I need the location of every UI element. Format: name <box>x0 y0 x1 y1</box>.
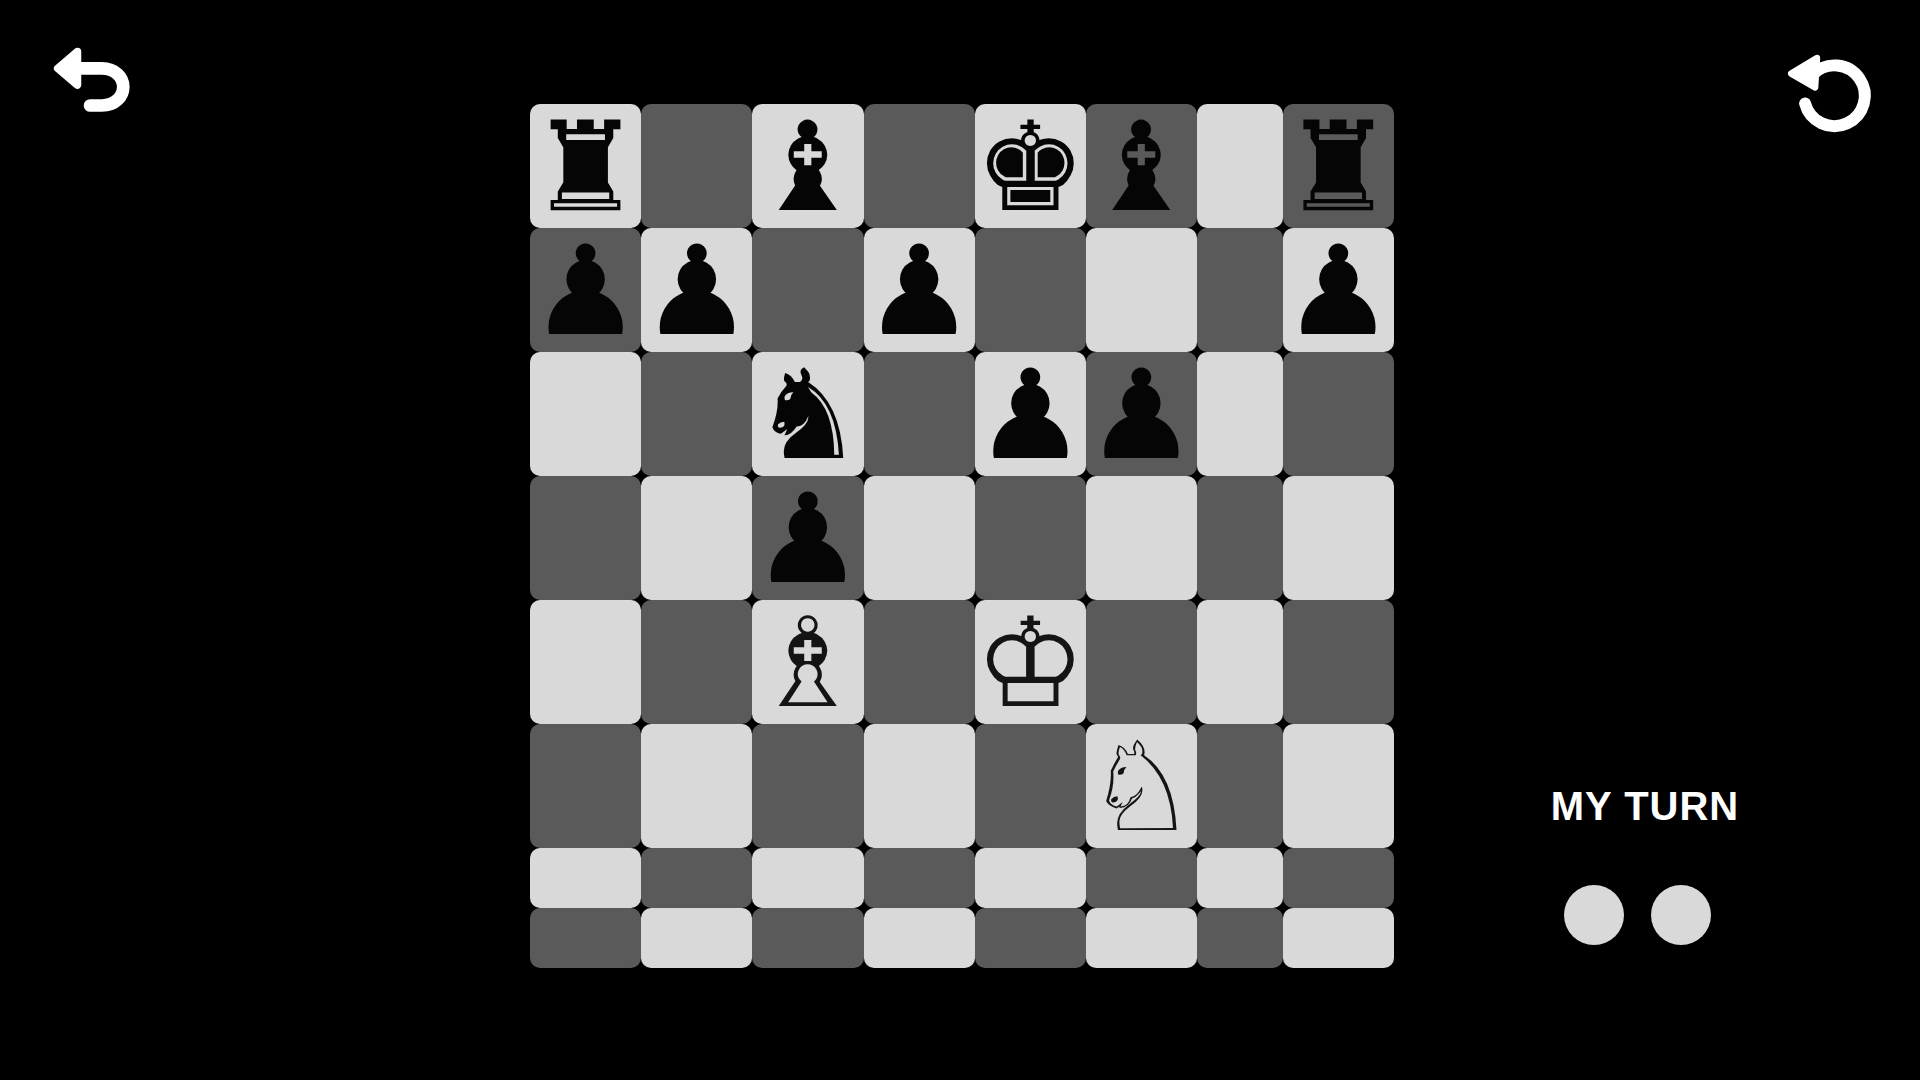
square-e8[interactable]: ♚ <box>975 104 1086 228</box>
square-f6[interactable]: ♟ <box>1086 352 1197 476</box>
square-e7[interactable] <box>975 228 1086 352</box>
square-h1[interactable] <box>1283 908 1394 968</box>
square-g7[interactable] <box>1197 228 1283 352</box>
piece-black-bishop[interactable]: ♝ <box>752 105 863 229</box>
square-h3[interactable] <box>1283 724 1394 848</box>
square-d4[interactable] <box>864 600 975 724</box>
square-e2[interactable] <box>975 848 1086 908</box>
piece-black-pawn[interactable]: ♟ <box>1086 353 1197 477</box>
square-a1[interactable] <box>530 908 641 968</box>
square-a2[interactable] <box>530 848 641 908</box>
square-g3[interactable] <box>1197 724 1283 848</box>
restart-icon <box>1782 46 1874 138</box>
square-c6[interactable]: ♞ <box>752 352 863 476</box>
restart-button[interactable] <box>1782 46 1874 138</box>
square-h5[interactable] <box>1283 476 1394 600</box>
square-d3[interactable] <box>864 724 975 848</box>
square-c8[interactable]: ♝ <box>752 104 863 228</box>
square-c5[interactable]: ♟ <box>752 476 863 600</box>
back-button[interactable] <box>46 42 138 126</box>
piece-black-pawn[interactable]: ♟ <box>1283 229 1394 353</box>
piece-black-bishop[interactable]: ♝ <box>1086 105 1197 229</box>
piece-white-king[interactable]: ♔ <box>975 601 1086 725</box>
square-c3[interactable] <box>752 724 863 848</box>
square-e1[interactable] <box>975 908 1086 968</box>
square-h2[interactable] <box>1283 848 1394 908</box>
piece-white-knight[interactable]: ♘ <box>1086 725 1197 849</box>
square-h4[interactable] <box>1283 600 1394 724</box>
square-e5[interactable] <box>975 476 1086 600</box>
square-f5[interactable] <box>1086 476 1197 600</box>
square-c1[interactable] <box>752 908 863 968</box>
piece-black-pawn[interactable]: ♟ <box>530 229 641 353</box>
square-b1[interactable] <box>641 908 752 968</box>
piece-white-bishop[interactable]: ♗ <box>752 601 863 725</box>
square-g4[interactable] <box>1197 600 1283 724</box>
square-g8[interactable] <box>1197 104 1283 228</box>
piece-black-pawn[interactable]: ♟ <box>641 229 752 353</box>
square-b7[interactable]: ♟ <box>641 228 752 352</box>
square-d1[interactable] <box>864 908 975 968</box>
app-screen: ♜♝♚♝♜♟♟♟♟♞♟♟♟♗♔♘ MY TURN <box>0 0 1920 1080</box>
square-b6[interactable] <box>641 352 752 476</box>
square-f3[interactable]: ♘ <box>1086 724 1197 848</box>
turn-indicator-dot <box>1651 885 1711 945</box>
piece-black-pawn[interactable]: ♟ <box>752 477 863 601</box>
chess-board: ♜♝♚♝♜♟♟♟♟♞♟♟♟♗♔♘ <box>530 104 1394 968</box>
piece-black-rook[interactable]: ♜ <box>1283 105 1394 229</box>
square-g2[interactable] <box>1197 848 1283 908</box>
square-a8[interactable]: ♜ <box>530 104 641 228</box>
square-g6[interactable] <box>1197 352 1283 476</box>
square-c2[interactable] <box>752 848 863 908</box>
square-a3[interactable] <box>530 724 641 848</box>
square-e3[interactable] <box>975 724 1086 848</box>
square-a6[interactable] <box>530 352 641 476</box>
square-f1[interactable] <box>1086 908 1197 968</box>
piece-black-pawn[interactable]: ♟ <box>975 353 1086 477</box>
square-g1[interactable] <box>1197 908 1283 968</box>
turn-indicator-dots <box>1564 885 1711 945</box>
square-g5[interactable] <box>1197 476 1283 600</box>
square-h7[interactable]: ♟ <box>1283 228 1394 352</box>
turn-status-label: MY TURN <box>1480 784 1810 829</box>
square-d5[interactable] <box>864 476 975 600</box>
square-b8[interactable] <box>641 104 752 228</box>
square-e6[interactable]: ♟ <box>975 352 1086 476</box>
back-arrow-icon <box>46 42 138 126</box>
piece-black-king[interactable]: ♚ <box>975 105 1086 229</box>
square-h8[interactable]: ♜ <box>1283 104 1394 228</box>
square-d6[interactable] <box>864 352 975 476</box>
piece-black-pawn[interactable]: ♟ <box>864 229 975 353</box>
square-c4[interactable]: ♗ <box>752 600 863 724</box>
square-d7[interactable]: ♟ <box>864 228 975 352</box>
square-a5[interactable] <box>530 476 641 600</box>
piece-black-knight[interactable]: ♞ <box>752 353 863 477</box>
square-f8[interactable]: ♝ <box>1086 104 1197 228</box>
square-d2[interactable] <box>864 848 975 908</box>
square-b3[interactable] <box>641 724 752 848</box>
square-b5[interactable] <box>641 476 752 600</box>
square-a4[interactable] <box>530 600 641 724</box>
square-f7[interactable] <box>1086 228 1197 352</box>
piece-black-rook[interactable]: ♜ <box>530 105 641 229</box>
square-h6[interactable] <box>1283 352 1394 476</box>
square-e4[interactable]: ♔ <box>975 600 1086 724</box>
square-d8[interactable] <box>864 104 975 228</box>
square-c7[interactable] <box>752 228 863 352</box>
square-b2[interactable] <box>641 848 752 908</box>
square-a7[interactable]: ♟ <box>530 228 641 352</box>
square-f4[interactable] <box>1086 600 1197 724</box>
turn-indicator-dot <box>1564 885 1624 945</box>
square-b4[interactable] <box>641 600 752 724</box>
